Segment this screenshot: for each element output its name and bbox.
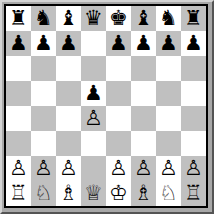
piece-white-pawn[interactable]: ♙ (9, 156, 28, 181)
piece-white-bishop[interactable]: ♗ (59, 181, 78, 206)
piece-black-rook[interactable]: ♜ (184, 6, 203, 31)
piece-black-pawn[interactable]: ♟ (184, 31, 203, 56)
square-e7[interactable]: ♟ (106, 31, 131, 56)
square-f2[interactable]: ♙ (131, 156, 156, 181)
square-g5[interactable] (156, 81, 181, 106)
piece-white-rook[interactable]: ♖ (184, 181, 203, 206)
piece-white-pawn[interactable]: ♙ (59, 156, 78, 181)
piece-white-queen[interactable]: ♕ (84, 181, 103, 206)
square-b2[interactable]: ♙ (31, 156, 56, 181)
piece-black-pawn[interactable]: ♟ (59, 31, 78, 56)
piece-white-pawn[interactable]: ♙ (184, 156, 203, 181)
square-e4[interactable] (106, 106, 131, 131)
square-h8[interactable]: ♜ (181, 6, 206, 31)
square-g1[interactable]: ♘ (156, 181, 181, 206)
square-d1[interactable]: ♕ (81, 181, 106, 206)
square-d3[interactable] (81, 131, 106, 156)
square-h7[interactable]: ♟ (181, 31, 206, 56)
piece-white-rook[interactable]: ♖ (9, 181, 28, 206)
square-e3[interactable] (106, 131, 131, 156)
square-h3[interactable] (181, 131, 206, 156)
square-a6[interactable] (6, 56, 31, 81)
square-b6[interactable] (31, 56, 56, 81)
piece-black-pawn[interactable]: ♟ (84, 81, 103, 106)
piece-black-knight[interactable]: ♞ (159, 6, 178, 31)
square-h5[interactable] (181, 81, 206, 106)
piece-black-rook[interactable]: ♜ (9, 6, 28, 31)
square-c5[interactable] (56, 81, 81, 106)
piece-black-pawn[interactable]: ♟ (34, 31, 53, 56)
square-h1[interactable]: ♖ (181, 181, 206, 206)
square-h6[interactable] (181, 56, 206, 81)
piece-white-knight[interactable]: ♘ (34, 181, 53, 206)
square-g6[interactable] (156, 56, 181, 81)
square-a2[interactable]: ♙ (6, 156, 31, 181)
piece-white-king[interactable]: ♔ (109, 181, 128, 206)
piece-white-pawn[interactable]: ♙ (84, 106, 103, 131)
square-a1[interactable]: ♖ (6, 181, 31, 206)
square-b1[interactable]: ♘ (31, 181, 56, 206)
square-c2[interactable]: ♙ (56, 156, 81, 181)
square-e5[interactable] (106, 81, 131, 106)
square-e1[interactable]: ♔ (106, 181, 131, 206)
square-c3[interactable] (56, 131, 81, 156)
square-e8[interactable]: ♚ (106, 6, 131, 31)
piece-black-pawn[interactable]: ♟ (109, 31, 128, 56)
square-f3[interactable] (131, 131, 156, 156)
piece-white-pawn[interactable]: ♙ (134, 156, 153, 181)
square-a8[interactable]: ♜ (6, 6, 31, 31)
square-c1[interactable]: ♗ (56, 181, 81, 206)
piece-white-bishop[interactable]: ♗ (134, 181, 153, 206)
square-a4[interactable] (6, 106, 31, 131)
piece-black-bishop[interactable]: ♝ (134, 6, 153, 31)
square-d2[interactable] (81, 156, 106, 181)
piece-black-knight[interactable]: ♞ (34, 6, 53, 31)
square-b4[interactable] (31, 106, 56, 131)
square-c6[interactable] (56, 56, 81, 81)
square-f5[interactable] (131, 81, 156, 106)
square-c7[interactable]: ♟ (56, 31, 81, 56)
square-b7[interactable]: ♟ (31, 31, 56, 56)
square-e6[interactable] (106, 56, 131, 81)
square-h4[interactable] (181, 106, 206, 131)
square-a5[interactable] (6, 81, 31, 106)
square-h2[interactable]: ♙ (181, 156, 206, 181)
square-g3[interactable] (156, 131, 181, 156)
square-f8[interactable]: ♝ (131, 6, 156, 31)
square-g4[interactable] (156, 106, 181, 131)
square-g2[interactable]: ♙ (156, 156, 181, 181)
square-d7[interactable] (81, 31, 106, 56)
piece-black-bishop[interactable]: ♝ (59, 6, 78, 31)
square-b3[interactable] (31, 131, 56, 156)
square-d5[interactable]: ♟ (81, 81, 106, 106)
square-f6[interactable] (131, 56, 156, 81)
board-frame: ♜♞♝♛♚♝♞♜♟♟♟♟♟♟♟♟♙♙♙♙♙♙♙♙♖♘♗♕♔♗♘♖ (0, 0, 214, 214)
square-f7[interactable]: ♟ (131, 31, 156, 56)
piece-black-pawn[interactable]: ♟ (9, 31, 28, 56)
square-g7[interactable]: ♟ (156, 31, 181, 56)
piece-black-king[interactable]: ♚ (109, 6, 128, 31)
square-d4[interactable]: ♙ (81, 106, 106, 131)
square-b5[interactable] (31, 81, 56, 106)
square-d6[interactable] (81, 56, 106, 81)
piece-white-pawn[interactable]: ♙ (34, 156, 53, 181)
piece-black-queen[interactable]: ♛ (84, 6, 103, 31)
square-g8[interactable]: ♞ (156, 6, 181, 31)
piece-white-knight[interactable]: ♘ (159, 181, 178, 206)
square-c8[interactable]: ♝ (56, 6, 81, 31)
square-f1[interactable]: ♗ (131, 181, 156, 206)
square-f4[interactable] (131, 106, 156, 131)
chess-board: ♜♞♝♛♚♝♞♜♟♟♟♟♟♟♟♟♙♙♙♙♙♙♙♙♖♘♗♕♔♗♘♖ (4, 4, 208, 208)
piece-white-pawn[interactable]: ♙ (109, 156, 128, 181)
piece-black-pawn[interactable]: ♟ (134, 31, 153, 56)
piece-white-pawn[interactable]: ♙ (159, 156, 178, 181)
square-c4[interactable] (56, 106, 81, 131)
square-d8[interactable]: ♛ (81, 6, 106, 31)
square-e2[interactable]: ♙ (106, 156, 131, 181)
square-b8[interactable]: ♞ (31, 6, 56, 31)
square-a3[interactable] (6, 131, 31, 156)
piece-black-pawn[interactable]: ♟ (159, 31, 178, 56)
square-a7[interactable]: ♟ (6, 31, 31, 56)
